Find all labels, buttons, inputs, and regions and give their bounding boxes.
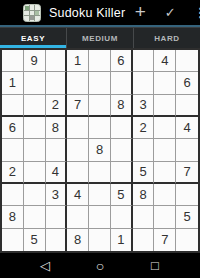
cell-r5c8[interactable] <box>154 139 176 161</box>
tab-hard[interactable]: HARD <box>133 28 200 48</box>
cell-r3c1[interactable] <box>2 95 24 117</box>
cell-r4c5[interactable] <box>89 117 111 139</box>
cell-r2c7[interactable] <box>133 72 155 94</box>
cell-r3c3[interactable]: 2 <box>46 95 68 117</box>
cell-r5c5[interactable]: 8 <box>89 139 111 161</box>
cell-r9c7[interactable] <box>133 229 155 251</box>
cell-r8c9[interactable]: 5 <box>176 206 198 228</box>
cell-r5c3[interactable] <box>46 139 68 161</box>
cell-r6c6[interactable] <box>111 162 133 184</box>
cell-r3c9[interactable] <box>176 95 198 117</box>
cell-r6c5[interactable] <box>89 162 111 184</box>
cell-r3c6[interactable]: 8 <box>111 95 133 117</box>
cell-r8c7[interactable] <box>133 206 155 228</box>
cell-r6c1[interactable]: 2 <box>2 162 24 184</box>
cell-r6c3[interactable]: 4 <box>46 162 68 184</box>
cell-r9c5[interactable] <box>89 229 111 251</box>
cell-r4c8[interactable] <box>154 117 176 139</box>
cell-r1c8[interactable]: 4 <box>154 50 176 72</box>
cell-r1c2[interactable]: 9 <box>24 50 46 72</box>
cell-r7c8[interactable] <box>154 184 176 206</box>
cell-r3c7[interactable]: 3 <box>133 95 155 117</box>
cell-r7c5[interactable] <box>89 184 111 206</box>
cell-r4c6[interactable] <box>111 117 133 139</box>
cell-r7c1[interactable] <box>2 184 24 206</box>
cell-r9c2[interactable]: 5 <box>24 229 46 251</box>
cell-r3c8[interactable] <box>154 95 176 117</box>
cell-r6c9[interactable]: 7 <box>176 162 198 184</box>
sudoku-board: 91641627836824824573458855817 <box>0 48 200 253</box>
cell-r2c1[interactable]: 1 <box>2 72 24 94</box>
cell-r5c4[interactable] <box>67 139 89 161</box>
cell-r5c2[interactable] <box>24 139 46 161</box>
cell-r7c3[interactable]: 3 <box>46 184 68 206</box>
nav-home-icon[interactable]: ○ <box>73 253 128 278</box>
cell-r2c6[interactable] <box>111 72 133 94</box>
cell-r5c1[interactable] <box>2 139 24 161</box>
cell-r2c9[interactable]: 6 <box>176 72 198 94</box>
cell-r6c7[interactable]: 5 <box>133 162 155 184</box>
cell-r2c8[interactable] <box>154 72 176 94</box>
cell-r8c5[interactable] <box>89 206 111 228</box>
new-game-button[interactable]: + <box>125 0 155 26</box>
cell-r8c6[interactable] <box>111 206 133 228</box>
cell-r2c3[interactable] <box>46 72 68 94</box>
check-solution-button[interactable]: ✓ <box>155 0 185 25</box>
cell-r3c4[interactable]: 7 <box>67 95 89 117</box>
tab-easy[interactable]: EASY <box>0 28 66 48</box>
cell-r7c9[interactable] <box>176 184 198 206</box>
cell-r8c1[interactable]: 8 <box>2 206 24 228</box>
cell-r1c9[interactable] <box>176 50 198 72</box>
difficulty-tab-bar: EASY MEDIUM HARD <box>0 27 200 48</box>
cell-r4c2[interactable] <box>24 117 46 139</box>
cell-r8c2[interactable] <box>24 206 46 228</box>
cell-r7c4[interactable]: 4 <box>67 184 89 206</box>
cell-r1c7[interactable] <box>133 50 155 72</box>
cell-r8c4[interactable] <box>67 206 89 228</box>
cell-r5c9[interactable] <box>176 139 198 161</box>
cell-r2c5[interactable] <box>89 72 111 94</box>
cell-r2c4[interactable] <box>67 72 89 94</box>
cell-r9c1[interactable] <box>2 229 24 251</box>
cell-r5c7[interactable] <box>133 139 155 161</box>
overflow-menu-button[interactable]: ⋮ <box>185 0 200 25</box>
cell-r9c6[interactable]: 1 <box>111 229 133 251</box>
nav-back-icon[interactable]: ◁ <box>18 253 73 278</box>
cell-r4c7[interactable]: 2 <box>133 117 155 139</box>
cell-r3c2[interactable] <box>24 95 46 117</box>
cell-r4c9[interactable]: 4 <box>176 117 198 139</box>
tab-medium[interactable]: MEDIUM <box>66 28 133 48</box>
nav-recents-icon[interactable]: □ <box>128 253 183 278</box>
cell-r1c1[interactable] <box>2 50 24 72</box>
cell-r5c6[interactable] <box>111 139 133 161</box>
cell-r8c8[interactable] <box>154 206 176 228</box>
cell-r9c3[interactable] <box>46 229 68 251</box>
sudoku-killer-app: Sudoku Killer + ✓ ⋮ EASY MEDIUM HARD 916… <box>0 0 200 278</box>
cell-r1c3[interactable] <box>46 50 68 72</box>
cell-r1c4[interactable]: 1 <box>67 50 89 72</box>
cell-r4c1[interactable]: 6 <box>2 117 24 139</box>
cell-r6c4[interactable] <box>67 162 89 184</box>
cell-r3c5[interactable] <box>89 95 111 117</box>
cell-r7c6[interactable]: 5 <box>111 184 133 206</box>
cell-r6c2[interactable] <box>24 162 46 184</box>
cell-r4c4[interactable] <box>67 117 89 139</box>
cell-r8c3[interactable] <box>46 206 68 228</box>
cell-r2c2[interactable] <box>24 72 46 94</box>
cell-r9c9[interactable] <box>176 229 198 251</box>
android-nav-bar: ◁ ○ □ <box>0 253 200 278</box>
app-title: Sudoku Killer <box>49 6 125 20</box>
cell-r7c7[interactable]: 8 <box>133 184 155 206</box>
cell-r4c3[interactable]: 8 <box>46 117 68 139</box>
cell-r9c4[interactable]: 8 <box>67 229 89 251</box>
cell-r7c2[interactable] <box>24 184 46 206</box>
cell-r1c5[interactable] <box>89 50 111 72</box>
action-bar: Sudoku Killer + ✓ ⋮ <box>0 0 200 25</box>
cell-r9c8[interactable]: 7 <box>154 229 176 251</box>
cell-r6c8[interactable] <box>154 162 176 184</box>
app-icon <box>23 4 41 22</box>
cell-r1c6[interactable]: 6 <box>111 50 133 72</box>
